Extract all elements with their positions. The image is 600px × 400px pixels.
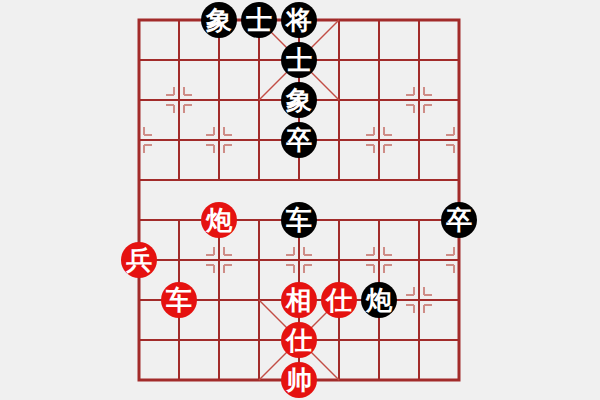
point-2-9[interactable]	[199, 360, 239, 400]
point-2-0[interactable]: 象	[199, 0, 239, 40]
point-6-8[interactable]	[359, 320, 399, 360]
point-3-4[interactable]	[239, 160, 279, 200]
piece-black-cannon[interactable]: 炮	[361, 282, 397, 318]
point-7-9[interactable]	[399, 360, 439, 400]
point-4-2[interactable]: 象	[279, 80, 319, 120]
point-2-5[interactable]: 炮	[199, 200, 239, 240]
point-0-7[interactable]	[119, 280, 159, 320]
point-7-6[interactable]	[399, 240, 439, 280]
piece-black-elephant[interactable]: 象	[281, 82, 317, 118]
point-8-9[interactable]	[439, 360, 479, 400]
point-0-1[interactable]	[119, 40, 159, 80]
xiangqi-board: 象士将士象卒炮车卒兵车相仕炮仕帅	[119, 0, 479, 400]
point-1-7[interactable]: 车	[159, 280, 199, 320]
point-7-3[interactable]	[399, 120, 439, 160]
point-5-5[interactable]	[319, 200, 359, 240]
point-1-3[interactable]	[159, 120, 199, 160]
point-4-0[interactable]: 将	[279, 0, 319, 40]
point-4-3[interactable]: 卒	[279, 120, 319, 160]
piece-black-soldier[interactable]: 卒	[281, 122, 317, 158]
point-5-7[interactable]: 仕	[319, 280, 359, 320]
point-4-4[interactable]	[279, 160, 319, 200]
point-2-8[interactable]	[199, 320, 239, 360]
point-8-6[interactable]	[439, 240, 479, 280]
point-4-9[interactable]: 帅	[279, 360, 319, 400]
point-3-6[interactable]	[239, 240, 279, 280]
piece-red-advisor[interactable]: 仕	[281, 322, 317, 358]
point-7-1[interactable]	[399, 40, 439, 80]
point-4-7[interactable]: 相	[279, 280, 319, 320]
point-0-8[interactable]	[119, 320, 159, 360]
piece-red-chariot[interactable]: 车	[161, 282, 197, 318]
point-2-7[interactable]	[199, 280, 239, 320]
point-3-7[interactable]	[239, 280, 279, 320]
point-3-9[interactable]	[239, 360, 279, 400]
point-3-2[interactable]	[239, 80, 279, 120]
point-6-3[interactable]	[359, 120, 399, 160]
point-6-9[interactable]	[359, 360, 399, 400]
point-7-7[interactable]	[399, 280, 439, 320]
point-3-0[interactable]: 士	[239, 0, 279, 40]
point-1-6[interactable]	[159, 240, 199, 280]
piece-black-elephant[interactable]: 象	[201, 2, 237, 38]
point-1-5[interactable]	[159, 200, 199, 240]
point-0-2[interactable]	[119, 80, 159, 120]
point-0-5[interactable]	[119, 200, 159, 240]
point-5-3[interactable]	[319, 120, 359, 160]
point-1-1[interactable]	[159, 40, 199, 80]
point-3-3[interactable]	[239, 120, 279, 160]
point-5-6[interactable]	[319, 240, 359, 280]
point-0-0[interactable]	[119, 0, 159, 40]
point-0-3[interactable]	[119, 120, 159, 160]
point-1-0[interactable]	[159, 0, 199, 40]
point-7-5[interactable]	[399, 200, 439, 240]
point-7-2[interactable]	[399, 80, 439, 120]
point-6-2[interactable]	[359, 80, 399, 120]
point-5-4[interactable]	[319, 160, 359, 200]
point-2-4[interactable]	[199, 160, 239, 200]
piece-red-soldier[interactable]: 兵	[121, 242, 157, 278]
point-5-0[interactable]	[319, 0, 359, 40]
point-8-2[interactable]	[439, 80, 479, 120]
point-2-2[interactable]	[199, 80, 239, 120]
point-5-2[interactable]	[319, 80, 359, 120]
point-8-8[interactable]	[439, 320, 479, 360]
point-4-1[interactable]: 士	[279, 40, 319, 80]
point-0-6[interactable]: 兵	[119, 240, 159, 280]
point-8-5[interactable]: 卒	[439, 200, 479, 240]
point-6-5[interactable]	[359, 200, 399, 240]
point-0-9[interactable]	[119, 360, 159, 400]
piece-black-advisor[interactable]: 士	[241, 2, 277, 38]
point-7-0[interactable]	[399, 0, 439, 40]
point-3-8[interactable]	[239, 320, 279, 360]
point-4-6[interactable]	[279, 240, 319, 280]
point-8-3[interactable]	[439, 120, 479, 160]
piece-black-chariot[interactable]: 车	[281, 202, 317, 238]
point-4-8[interactable]: 仕	[279, 320, 319, 360]
point-5-1[interactable]	[319, 40, 359, 80]
piece-black-general[interactable]: 将	[281, 2, 317, 38]
point-6-1[interactable]	[359, 40, 399, 80]
point-8-0[interactable]	[439, 0, 479, 40]
point-1-4[interactable]	[159, 160, 199, 200]
point-1-9[interactable]	[159, 360, 199, 400]
piece-red-elephant[interactable]: 相	[281, 282, 317, 318]
point-6-6[interactable]	[359, 240, 399, 280]
point-5-9[interactable]	[319, 360, 359, 400]
point-0-4[interactable]	[119, 160, 159, 200]
point-7-8[interactable]	[399, 320, 439, 360]
piece-black-soldier[interactable]: 卒	[441, 202, 477, 238]
point-1-8[interactable]	[159, 320, 199, 360]
xiangqi-screenshot: 象士将士象卒炮车卒兵车相仕炮仕帅	[0, 0, 600, 400]
point-6-7[interactable]: 炮	[359, 280, 399, 320]
point-2-3[interactable]	[199, 120, 239, 160]
point-2-1[interactable]	[199, 40, 239, 80]
point-3-1[interactable]	[239, 40, 279, 80]
point-6-4[interactable]	[359, 160, 399, 200]
point-6-0[interactable]	[359, 0, 399, 40]
point-7-4[interactable]	[399, 160, 439, 200]
point-8-4[interactable]	[439, 160, 479, 200]
point-5-8[interactable]	[319, 320, 359, 360]
point-8-7[interactable]	[439, 280, 479, 320]
point-1-2[interactable]	[159, 80, 199, 120]
piece-red-general[interactable]: 帅	[281, 362, 317, 398]
point-8-1[interactable]	[439, 40, 479, 80]
point-2-6[interactable]	[199, 240, 239, 280]
point-4-5[interactable]: 车	[279, 200, 319, 240]
point-3-5[interactable]	[239, 200, 279, 240]
piece-red-advisor[interactable]: 仕	[321, 282, 357, 318]
piece-black-advisor[interactable]: 士	[281, 42, 317, 78]
piece-red-cannon[interactable]: 炮	[201, 202, 237, 238]
board-grid: 象士将士象卒炮车卒兵车相仕炮仕帅	[119, 0, 479, 400]
